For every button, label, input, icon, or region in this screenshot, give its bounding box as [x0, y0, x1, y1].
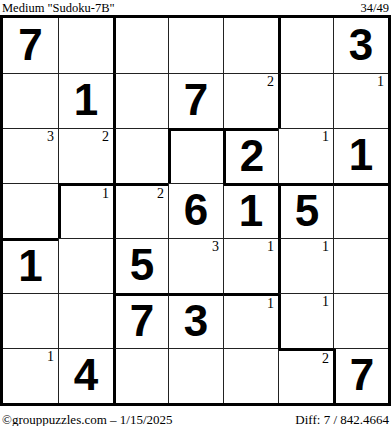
cell-r5c1[interactable]: 1 — [3, 238, 58, 293]
cell-digit: 5 — [295, 189, 319, 235]
cell-digit: 1 — [239, 189, 263, 235]
pencil-mark: 1 — [267, 296, 274, 311]
puzzle-header: Medium "Sudoku-7B" 34/49 — [0, 0, 391, 15]
pencil-mark: 2 — [157, 186, 164, 201]
pencil-mark: 3 — [47, 129, 54, 144]
puzzle-footer: ©grouppuzzles.com – 1/15/2025 Diff: 7 / … — [0, 412, 391, 426]
cell-r2c3[interactable] — [113, 73, 168, 128]
puzzle-title: Medium "Sudoku-7B" — [2, 2, 115, 15]
cell-r4c6[interactable]: 5 — [278, 183, 333, 238]
cell-r4c4[interactable]: 6 — [168, 183, 223, 238]
cell-r7c5[interactable] — [223, 348, 278, 403]
cell-digit: 1 — [349, 133, 373, 179]
cell-r5c2[interactable] — [58, 238, 113, 293]
cell-r5c4[interactable]: 3 — [168, 238, 223, 293]
pencil-mark: 1 — [322, 239, 329, 254]
cell-r5c6[interactable]: 1 — [278, 238, 333, 293]
cell-r6c6[interactable]: 1 — [278, 293, 333, 348]
cell-r7c1[interactable]: 1 — [3, 348, 58, 403]
cell-r1c4[interactable] — [168, 18, 223, 73]
pencil-mark: 1 — [47, 349, 54, 364]
pencil-mark: 3 — [212, 239, 219, 254]
cell-r1c1[interactable]: 7 — [3, 18, 58, 73]
copyright-date-label: ©grouppuzzles.com – 1/15/2025 — [2, 412, 173, 426]
cell-digit: 1 — [18, 244, 42, 290]
cell-r6c2[interactable] — [58, 293, 113, 348]
pencil-mark: 1 — [322, 129, 329, 144]
cell-r6c3[interactable]: 7 — [113, 293, 168, 348]
cell-r6c5[interactable]: 1 — [223, 293, 278, 348]
pencil-mark: 2 — [322, 351, 329, 366]
cell-r1c2[interactable] — [58, 18, 113, 73]
cell-r1c5[interactable] — [223, 18, 278, 73]
cell-r4c7[interactable] — [333, 183, 388, 238]
pencil-mark: 1 — [322, 294, 329, 309]
cell-r4c5[interactable]: 1 — [223, 183, 278, 238]
cell-r3c2[interactable]: 2 — [58, 128, 113, 183]
cell-r3c5[interactable]: 2 — [223, 128, 278, 183]
difficulty-label: Diff: 7 / 842.4664 — [295, 412, 389, 426]
cell-r2c5[interactable]: 2 — [223, 73, 278, 128]
cell-r2c2[interactable]: 1 — [58, 73, 113, 128]
pencil-mark: 1 — [267, 239, 274, 254]
cell-r7c2[interactable]: 4 — [58, 348, 113, 403]
cell-digit: 4 — [74, 353, 98, 399]
cells-remaining-counter: 34/49 — [361, 2, 389, 15]
cell-r3c6[interactable]: 1 — [278, 128, 333, 183]
cell-r4c3[interactable]: 2 — [113, 183, 168, 238]
cell-r6c1[interactable] — [3, 293, 58, 348]
cell-r2c1[interactable] — [3, 73, 58, 128]
cell-r4c1[interactable] — [3, 183, 58, 238]
cell-digit: 7 — [130, 299, 154, 345]
cell-r1c3[interactable] — [113, 18, 168, 73]
cell-r6c4[interactable]: 3 — [168, 293, 223, 348]
cell-r3c7[interactable]: 1 — [333, 128, 388, 183]
cell-digit: 3 — [184, 299, 208, 345]
cell-r5c5[interactable]: 1 — [223, 238, 278, 293]
cell-digit: 7 — [184, 78, 208, 124]
cell-r3c1[interactable]: 3 — [3, 128, 58, 183]
pencil-mark: 2 — [102, 129, 109, 144]
cell-digit: 5 — [130, 243, 154, 289]
cell-r5c3[interactable]: 5 — [113, 238, 168, 293]
cell-r7c3[interactable] — [113, 348, 168, 403]
cell-r2c4[interactable]: 7 — [168, 73, 223, 128]
cell-r2c6[interactable] — [278, 73, 333, 128]
cell-r7c4[interactable] — [168, 348, 223, 403]
cell-digit: 1 — [74, 78, 98, 124]
cell-digit: 7 — [18, 23, 42, 69]
pencil-mark: 2 — [267, 74, 274, 89]
cell-digit: 6 — [184, 188, 208, 234]
cell-r7c6[interactable]: 2 — [278, 348, 333, 403]
cell-r6c7[interactable] — [333, 293, 388, 348]
cell-digit: 2 — [240, 134, 264, 180]
pencil-mark: 1 — [102, 186, 109, 201]
cell-r2c7[interactable]: 1 — [333, 73, 388, 128]
sudoku-board: 73172132211126151531173111427 — [0, 15, 391, 406]
pencil-mark: 1 — [377, 74, 384, 89]
cell-r5c7[interactable] — [333, 238, 388, 293]
cell-r3c3[interactable] — [113, 128, 168, 183]
cell-r7c7[interactable]: 7 — [333, 348, 388, 403]
cell-digit: 7 — [350, 353, 374, 399]
cell-r3c4[interactable] — [168, 128, 223, 183]
cell-r1c6[interactable] — [278, 18, 333, 73]
cell-r1c7[interactable]: 3 — [333, 18, 388, 73]
cell-r4c2[interactable]: 1 — [58, 183, 113, 238]
cell-digit: 3 — [349, 23, 373, 69]
